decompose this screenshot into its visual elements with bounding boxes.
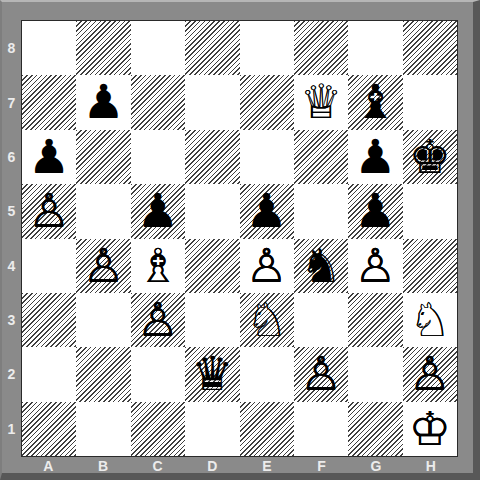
white-pawn: ♙ bbox=[76, 239, 130, 293]
square-b3[interactable] bbox=[76, 293, 130, 347]
square-g7[interactable]: ♝ bbox=[348, 75, 402, 129]
white-pawn: ♙ bbox=[403, 347, 457, 401]
black-pawn: ♟ bbox=[22, 130, 76, 184]
rank-label-6: 6 bbox=[2, 130, 21, 184]
square-f6[interactable] bbox=[294, 130, 348, 184]
board: ♟♕♝♟♟♚♙♟♟♟♙♗♙♞♙♙♘♘♛♙♙♔ bbox=[21, 20, 458, 457]
square-e3[interactable]: ♘ bbox=[240, 293, 294, 347]
black-knight: ♞ bbox=[294, 239, 348, 293]
square-c8[interactable] bbox=[131, 21, 185, 75]
file-label-e: E bbox=[240, 458, 295, 474]
square-e1[interactable] bbox=[240, 402, 294, 456]
square-d8[interactable] bbox=[185, 21, 239, 75]
black-king: ♚ bbox=[403, 130, 457, 184]
black-bishop: ♝ bbox=[348, 75, 402, 129]
file-label-f: F bbox=[294, 458, 349, 474]
white-bishop: ♗ bbox=[131, 239, 185, 293]
square-g2[interactable] bbox=[348, 347, 402, 401]
square-e6[interactable] bbox=[240, 130, 294, 184]
square-h5[interactable] bbox=[403, 184, 457, 238]
square-c1[interactable] bbox=[131, 402, 185, 456]
square-a2[interactable] bbox=[22, 347, 76, 401]
square-a7[interactable] bbox=[22, 75, 76, 129]
black-pawn: ♟ bbox=[348, 130, 402, 184]
square-c4[interactable]: ♗ bbox=[131, 239, 185, 293]
square-c3[interactable]: ♙ bbox=[131, 293, 185, 347]
square-f3[interactable] bbox=[294, 293, 348, 347]
square-a5[interactable]: ♙ bbox=[22, 184, 76, 238]
square-g6[interactable]: ♟ bbox=[348, 130, 402, 184]
square-d7[interactable] bbox=[185, 75, 239, 129]
rank-label-7: 7 bbox=[2, 75, 21, 129]
rank-label-1: 1 bbox=[2, 402, 21, 456]
square-a6[interactable]: ♟ bbox=[22, 130, 76, 184]
white-knight: ♘ bbox=[403, 293, 457, 347]
square-h2[interactable]: ♙ bbox=[403, 347, 457, 401]
square-c7[interactable] bbox=[131, 75, 185, 129]
rank-labels: 87654321 bbox=[2, 21, 21, 456]
white-pawn: ♙ bbox=[294, 347, 348, 401]
white-queen: ♕ bbox=[294, 75, 348, 129]
rank-label-3: 3 bbox=[2, 293, 21, 347]
square-d2[interactable]: ♛ bbox=[185, 347, 239, 401]
square-b7[interactable]: ♟ bbox=[76, 75, 130, 129]
square-d3[interactable] bbox=[185, 293, 239, 347]
square-c2[interactable] bbox=[131, 347, 185, 401]
square-g1[interactable] bbox=[348, 402, 402, 456]
square-f1[interactable] bbox=[294, 402, 348, 456]
square-h7[interactable] bbox=[403, 75, 457, 129]
square-d6[interactable] bbox=[185, 130, 239, 184]
file-label-b: B bbox=[76, 458, 131, 474]
square-d1[interactable] bbox=[185, 402, 239, 456]
square-g3[interactable] bbox=[348, 293, 402, 347]
square-f4[interactable]: ♞ bbox=[294, 239, 348, 293]
square-g4[interactable]: ♙ bbox=[348, 239, 402, 293]
square-h4[interactable] bbox=[403, 239, 457, 293]
square-f7[interactable]: ♕ bbox=[294, 75, 348, 129]
black-pawn: ♟ bbox=[348, 184, 402, 238]
square-b2[interactable] bbox=[76, 347, 130, 401]
white-pawn: ♙ bbox=[22, 184, 76, 238]
square-h8[interactable] bbox=[403, 21, 457, 75]
square-a4[interactable] bbox=[22, 239, 76, 293]
square-a1[interactable] bbox=[22, 402, 76, 456]
square-b5[interactable] bbox=[76, 184, 130, 238]
square-b8[interactable] bbox=[76, 21, 130, 75]
file-label-c: C bbox=[130, 458, 185, 474]
board-frame: 87654321 ♟♕♝♟♟♚♙♟♟♟♙♗♙♞♙♙♘♘♛♙♙♔ ABCDEFGH bbox=[0, 0, 480, 480]
file-label-h: H bbox=[403, 458, 458, 474]
square-f2[interactable]: ♙ bbox=[294, 347, 348, 401]
file-label-d: D bbox=[185, 458, 240, 474]
square-a8[interactable] bbox=[22, 21, 76, 75]
square-h1[interactable]: ♔ bbox=[403, 402, 457, 456]
square-c5[interactable]: ♟ bbox=[131, 184, 185, 238]
square-d4[interactable] bbox=[185, 239, 239, 293]
file-labels: ABCDEFGH bbox=[21, 458, 458, 474]
black-pawn: ♟ bbox=[240, 184, 294, 238]
rank-label-2: 2 bbox=[2, 347, 21, 401]
black-pawn: ♟ bbox=[131, 184, 185, 238]
square-f5[interactable] bbox=[294, 184, 348, 238]
black-pawn: ♟ bbox=[76, 75, 130, 129]
square-e7[interactable] bbox=[240, 75, 294, 129]
square-b4[interactable]: ♙ bbox=[76, 239, 130, 293]
rank-label-4: 4 bbox=[2, 239, 21, 293]
file-label-g: G bbox=[349, 458, 404, 474]
square-h3[interactable]: ♘ bbox=[403, 293, 457, 347]
white-king: ♔ bbox=[403, 402, 457, 456]
white-knight: ♘ bbox=[240, 293, 294, 347]
black-queen: ♛ bbox=[185, 347, 239, 401]
square-b1[interactable] bbox=[76, 402, 130, 456]
white-pawn: ♙ bbox=[240, 239, 294, 293]
square-h6[interactable]: ♚ bbox=[403, 130, 457, 184]
file-label-a: A bbox=[21, 458, 76, 474]
square-e4[interactable]: ♙ bbox=[240, 239, 294, 293]
square-d5[interactable] bbox=[185, 184, 239, 238]
rank-label-5: 5 bbox=[2, 184, 21, 238]
square-g8[interactable] bbox=[348, 21, 402, 75]
square-a3[interactable] bbox=[22, 293, 76, 347]
square-b6[interactable] bbox=[76, 130, 130, 184]
square-f8[interactable] bbox=[294, 21, 348, 75]
square-e5[interactable]: ♟ bbox=[240, 184, 294, 238]
square-e2[interactable] bbox=[240, 347, 294, 401]
white-pawn: ♙ bbox=[348, 239, 402, 293]
square-c6[interactable] bbox=[131, 130, 185, 184]
square-e8[interactable] bbox=[240, 21, 294, 75]
white-pawn: ♙ bbox=[131, 293, 185, 347]
square-g5[interactable]: ♟ bbox=[348, 184, 402, 238]
rank-label-8: 8 bbox=[2, 21, 21, 75]
